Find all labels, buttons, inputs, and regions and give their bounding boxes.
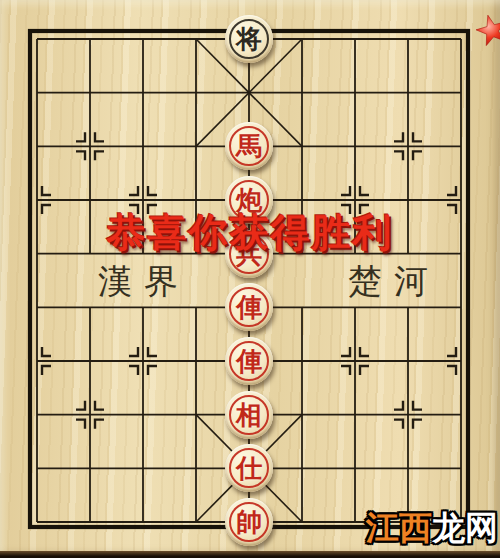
piece-glyph: 帥 bbox=[236, 509, 262, 535]
xiangqi-board: 漢界 楚河 将馬炮兵俥俥相仕帥 恭喜你获得胜利 江西龙网 bbox=[0, 0, 500, 558]
river-label-chu-he: 楚河 bbox=[306, 257, 470, 305]
piece-red-chariot-1[interactable]: 俥 bbox=[225, 283, 273, 331]
star-icon bbox=[472, 2, 500, 62]
piece-glyph: 馬 bbox=[236, 133, 262, 159]
piece-black-general[interactable]: 将 bbox=[225, 15, 273, 63]
piece-glyph: 俥 bbox=[236, 294, 262, 320]
piece-glyph: 相 bbox=[236, 402, 262, 428]
piece-red-horse[interactable]: 馬 bbox=[225, 122, 273, 170]
watermark-secondary: 龙网 bbox=[432, 508, 498, 547]
piece-red-chariot-2[interactable]: 俥 bbox=[225, 337, 273, 385]
river-label-han-jie: 漢界 bbox=[56, 257, 220, 305]
bottom-edge bbox=[0, 551, 500, 558]
piece-red-elephant[interactable]: 相 bbox=[225, 391, 273, 439]
watermark-primary: 江西 bbox=[366, 508, 432, 547]
piece-glyph: 仕 bbox=[236, 455, 262, 481]
piece-red-advisor[interactable]: 仕 bbox=[225, 444, 273, 492]
piece-glyph: 将 bbox=[236, 26, 262, 52]
piece-glyph: 俥 bbox=[236, 348, 262, 374]
piece-red-general[interactable]: 帥 bbox=[225, 498, 273, 546]
victory-message: 恭喜你获得胜利 bbox=[0, 206, 500, 260]
watermark: 江西龙网 bbox=[366, 506, 498, 551]
